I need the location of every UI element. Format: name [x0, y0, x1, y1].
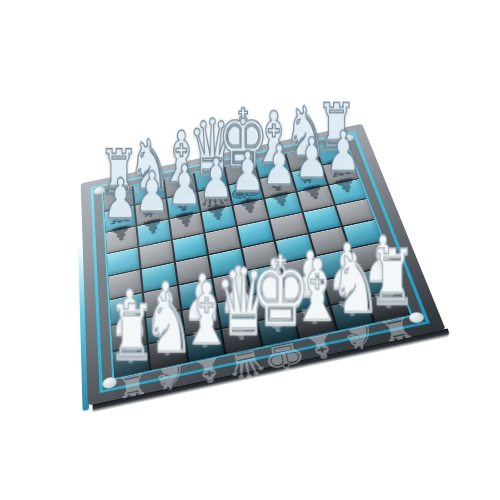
perspective-scene: ♜♜♞♞♝♝♛♛♚♚♝♝♞♞♜♜♟♟♟♟♟♟♟♟♟♟♟♟♟♟♟♟♟♟♟♟♟♟♟♟…: [50, 57, 432, 439]
square-h1: ♜♜: [367, 291, 410, 323]
frosted-rook: ♜: [346, 240, 438, 317]
board-rotation-wrapper: ♜♜♞♞♝♝♛♛♚♚♝♝♞♞♜♜♟♟♟♟♟♟♟♟♟♟♟♟♟♟♟♟♟♟♟♟♟♟♟♟…: [0, 0, 500, 500]
clear-pawn: ♟: [304, 123, 383, 179]
glass-chess-set-photo: ♜♜♞♞♝♝♛♛♚♚♝♝♞♞♜♜♟♟♟♟♟♟♟♟♟♟♟♟♟♟♟♟♟♟♟♟♟♟♟♟…: [0, 0, 500, 500]
square-a5: [107, 248, 140, 276]
board-inner-cyan-line: ♜♜♞♞♝♝♛♛♚♚♝♝♞♞♜♜♟♟♟♟♟♟♟♟♟♟♟♟♟♟♟♟♟♟♟♟♟♟♟♟…: [102, 140, 414, 381]
board-cyan-border: ♜♜♞♞♝♝♛♛♚♚♝♝♞♞♜♜♟♟♟♟♟♟♟♟♟♟♟♟♟♟♟♟♟♟♟♟♟♟♟♟…: [91, 131, 430, 393]
board-inner-margin: ♜♜♞♞♝♝♛♛♚♚♝♝♞♞♜♜♟♟♟♟♟♟♟♟♟♟♟♟♟♟♟♟♟♟♟♟♟♟♟♟…: [93, 133, 425, 390]
board-grid: ♜♜♞♞♝♝♛♛♚♚♝♝♞♞♜♜♟♟♟♟♟♟♟♟♟♟♟♟♟♟♟♟♟♟♟♟♟♟♟♟…: [103, 141, 410, 378]
square-h7: ♟♟: [323, 160, 359, 184]
chess-board: ♜♜♞♞♝♝♛♛♚♚♝♝♞♞♜♜♟♟♟♟♟♟♟♟♟♟♟♟♟♟♟♟♟♟♟♟♟♟♟♟…: [81, 124, 446, 406]
